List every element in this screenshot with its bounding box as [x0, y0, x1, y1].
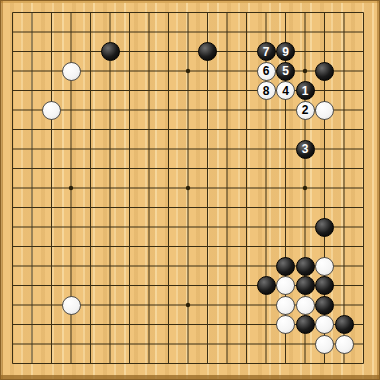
black-stone [296, 276, 315, 295]
move-number: 6 [263, 65, 270, 77]
black-stone-move-7: 7 [257, 42, 276, 61]
white-stone [62, 62, 81, 81]
white-stone [42, 101, 61, 120]
white-stone [315, 315, 334, 334]
white-stone-move-6: 6 [257, 62, 276, 81]
move-number: 1 [302, 84, 309, 96]
black-stone [101, 42, 120, 61]
white-stone [276, 276, 295, 295]
move-number: 7 [263, 45, 270, 57]
black-stone-move-9: 9 [276, 42, 295, 61]
white-stone [62, 296, 81, 315]
black-stone [315, 62, 334, 81]
white-stone [315, 101, 334, 120]
black-stone [315, 218, 334, 237]
black-stone [315, 276, 334, 295]
move-number: 8 [263, 84, 270, 96]
white-stone [276, 296, 295, 315]
white-stone [276, 315, 295, 334]
move-number: 4 [282, 84, 289, 96]
move-number: 3 [302, 143, 309, 155]
white-stone [315, 335, 334, 354]
black-stone [257, 276, 276, 295]
white-stone-move-4: 4 [276, 81, 295, 100]
move-number: 2 [302, 104, 309, 116]
black-stone [198, 42, 217, 61]
go-board: 796584123 [0, 0, 380, 380]
move-number: 5 [282, 65, 289, 77]
black-stone-move-3: 3 [296, 140, 315, 159]
white-stone [296, 296, 315, 315]
board-surface[interactable]: 796584123 [3, 3, 374, 374]
black-stone-move-1: 1 [296, 81, 315, 100]
white-stone-move-2: 2 [296, 101, 315, 120]
black-stone-move-5: 5 [276, 62, 295, 81]
black-stone [335, 315, 354, 334]
white-stone [335, 335, 354, 354]
white-stone-move-8: 8 [257, 81, 276, 100]
black-stone [315, 296, 334, 315]
black-stone [296, 257, 315, 276]
white-stone [315, 257, 334, 276]
move-number: 9 [282, 45, 289, 57]
black-stone [276, 257, 295, 276]
black-stone [296, 315, 315, 334]
